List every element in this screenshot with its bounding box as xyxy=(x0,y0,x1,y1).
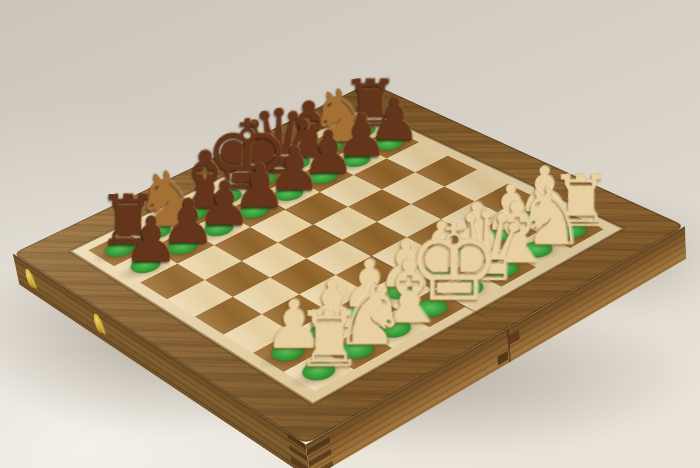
chess-set-photo: ♜♞♝♚♛♝♞♜♟♟♟♟♟♟♟♟♟♟♟♟♟♟♟♟♜♞♝♚♛♝♞♜ xyxy=(0,0,700,468)
brass-clasp-icon xyxy=(92,311,104,335)
piece-white-rook-a1[interactable]: ♜ xyxy=(290,306,348,377)
piece-cell-a1: ♜ xyxy=(284,351,354,392)
brass-clasp-icon xyxy=(24,267,36,290)
piece-black-pawn-a7[interactable]: ♟ xyxy=(120,212,172,270)
fold-seam-finger-joint xyxy=(507,328,511,363)
